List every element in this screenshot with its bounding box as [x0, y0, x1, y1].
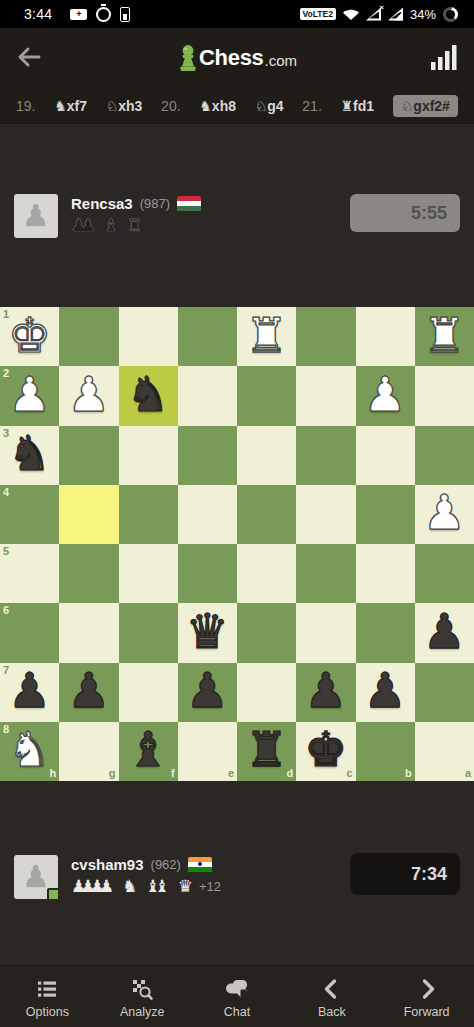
chat-bubbles-icon: [224, 977, 250, 1001]
square-f5[interactable]: [119, 544, 178, 603]
square-g6[interactable]: [59, 603, 118, 662]
square-a8[interactable]: a: [415, 722, 474, 781]
nav-forward[interactable]: Forward: [379, 975, 474, 1019]
square-b3[interactable]: [356, 426, 415, 485]
square-b5[interactable]: [356, 544, 415, 603]
square-d1[interactable]: ♜: [237, 307, 296, 366]
square-b8[interactable]: b: [356, 722, 415, 781]
move-token[interactable]: ♞xh8: [199, 98, 236, 114]
battery-saver-icon: +: [70, 9, 87, 20]
battery-ring-icon: [443, 7, 458, 22]
stopwatch-icon: [96, 7, 111, 22]
square-f8[interactable]: f♝: [119, 722, 178, 781]
square-b2[interactable]: ♟: [356, 366, 415, 425]
app-header: Chess .com: [0, 28, 474, 88]
nav-chat[interactable]: Chat: [190, 975, 285, 1019]
square-c8[interactable]: c♚: [296, 722, 355, 781]
square-f7[interactable]: [119, 663, 178, 722]
signal-icon-sim2: [388, 8, 403, 21]
square-d4[interactable]: [237, 485, 296, 544]
rank-label: 7: [3, 665, 9, 676]
square-c1[interactable]: [296, 307, 355, 366]
move-token[interactable]: ♘gxf2#: [393, 95, 458, 117]
clock-top: 5:55: [350, 194, 460, 232]
captured-pieces-top: ♟♟♝♜: [71, 217, 201, 234]
black-pawn-e7: ♟: [186, 666, 229, 718]
square-d8[interactable]: d♜: [237, 722, 296, 781]
move-number: 20.: [161, 98, 180, 114]
square-c5[interactable]: [296, 544, 355, 603]
square-c6[interactable]: [296, 603, 355, 662]
white-rook-d1: ♜: [245, 311, 288, 363]
square-g2[interactable]: ♟: [59, 366, 118, 425]
square-a5[interactable]: [415, 544, 474, 603]
move-list: 19.♞xf7♘xh320.♞xh8♘g421.♜fd1♘gxf2#: [0, 88, 474, 124]
square-h4[interactable]: 4: [0, 485, 59, 544]
square-g3[interactable]: [59, 426, 118, 485]
back-arrow-button[interactable]: [16, 46, 42, 72]
player-name-bottom[interactable]: cvsham93: [71, 856, 144, 873]
nav-label: Chat: [224, 1005, 250, 1019]
nav-analyze[interactable]: Analyze: [95, 975, 190, 1019]
avatar-pawn-icon: ♟: [23, 862, 50, 892]
square-b7[interactable]: ♟: [356, 663, 415, 722]
player-card-bottom: ♟ cvsham93 (962) ♟♟♟♟♞♝♝♛+12 7:34: [14, 855, 460, 915]
analyze-board-icon: [130, 977, 154, 1001]
avatar-top[interactable]: ♟: [14, 194, 58, 238]
flag-india-icon: [188, 857, 212, 873]
move-token[interactable]: ♞xf7: [54, 98, 87, 114]
rank-label: 8: [3, 724, 9, 735]
clock-time: 3:44: [24, 6, 52, 22]
black-pawn-b7: ♟: [364, 666, 407, 718]
square-g1[interactable]: [59, 307, 118, 366]
chess-board: 1♚♜♜2♟♟♞♟3♞4♟56♛♟7♟♟♟♟♟8h♞gf♝ed♜c♚ba: [0, 307, 474, 781]
square-e1[interactable]: [178, 307, 237, 366]
square-f3[interactable]: [119, 426, 178, 485]
pawn-logo-icon: [177, 44, 199, 72]
square-e8[interactable]: e: [178, 722, 237, 781]
square-g8[interactable]: g: [59, 722, 118, 781]
avatar-bottom[interactable]: ♟: [14, 855, 58, 899]
black-queen-e6: ♛: [186, 607, 229, 659]
square-h6[interactable]: 6: [0, 603, 59, 662]
square-e4[interactable]: [178, 485, 237, 544]
file-label: g: [109, 768, 116, 779]
black-knight-f2: ♞: [127, 370, 170, 422]
square-a2[interactable]: [415, 366, 474, 425]
white-pawn-g2: ♟: [67, 370, 110, 422]
file-label: a: [465, 768, 471, 779]
file-label: h: [50, 768, 57, 779]
square-c3[interactable]: [296, 426, 355, 485]
player-rating-top: (987): [140, 196, 170, 211]
rank-label: 3: [3, 428, 9, 439]
black-rook-d8: ♜: [245, 725, 288, 777]
captured-piece-group: ♟♟: [71, 217, 95, 234]
online-badge: [47, 888, 60, 901]
bars-icon: [431, 45, 458, 70]
move-token[interactable]: ♜fd1: [341, 98, 375, 114]
square-f2[interactable]: ♞: [119, 366, 178, 425]
move-token[interactable]: ♘g4: [255, 98, 284, 114]
square-d2[interactable]: [237, 366, 296, 425]
move-token[interactable]: ♘xh3: [106, 98, 143, 114]
nav-label: Options: [26, 1005, 69, 1019]
square-a4[interactable]: ♟: [415, 485, 474, 544]
captured-piece-group: ♟♟♟♟: [71, 878, 114, 895]
square-d7[interactable]: [237, 663, 296, 722]
square-a3[interactable]: [415, 426, 474, 485]
avatar-pawn-icon: ♟: [23, 201, 50, 231]
wifi-icon: [343, 8, 359, 20]
white-pawn-h2: ♟: [8, 370, 51, 422]
square-e6[interactable]: ♛: [178, 603, 237, 662]
logo-text: Chess: [199, 45, 264, 71]
square-e7[interactable]: ♟: [178, 663, 237, 722]
captured-piece-group: ♜: [127, 217, 142, 234]
square-d5[interactable]: [237, 544, 296, 603]
rank-label: 6: [3, 605, 9, 616]
material-advantage: +12: [199, 879, 221, 894]
square-a7[interactable]: [415, 663, 474, 722]
square-a6[interactable]: ♟: [415, 603, 474, 662]
rank-label: 4: [3, 487, 9, 498]
black-king-c8: ♚: [304, 725, 347, 777]
square-d6[interactable]: [237, 603, 296, 662]
nav-back[interactable]: Back: [284, 975, 379, 1019]
options-list-icon: [35, 977, 59, 1001]
black-bishop-f8: ♝: [127, 725, 170, 777]
nav-options[interactable]: Options: [0, 975, 95, 1019]
captured-pieces-bottom: ♟♟♟♟♞♝♝♛+12: [71, 878, 221, 895]
phone-screen: 3:44 + VoLTE2 × 34%: [0, 0, 474, 1027]
black-pawn-c7: ♟: [304, 666, 347, 718]
device-icon: [120, 7, 130, 22]
square-e2[interactable]: [178, 366, 237, 425]
file-label: b: [405, 768, 412, 779]
file-label: d: [287, 768, 294, 779]
chevron-right-icon: [415, 977, 439, 1001]
square-g4[interactable]: [59, 485, 118, 544]
captured-piece-group: ♛: [178, 878, 193, 895]
move-number: 21.: [302, 98, 321, 114]
white-pawn-b2: ♟: [364, 370, 407, 422]
square-a1[interactable]: ♜: [415, 307, 474, 366]
nav-label: Analyze: [120, 1005, 164, 1019]
square-d3[interactable]: [237, 426, 296, 485]
square-c7[interactable]: ♟: [296, 663, 355, 722]
rank-label: 1: [3, 309, 9, 320]
back-arrow-icon: [16, 46, 42, 68]
white-king-h1: ♚: [8, 311, 51, 363]
square-e3[interactable]: [178, 426, 237, 485]
player-rating-bottom: (962): [151, 857, 181, 872]
white-pawn-a4: ♟: [423, 488, 466, 540]
black-pawn-a6: ♟: [423, 607, 466, 659]
square-h1[interactable]: 1♚: [0, 307, 59, 366]
volte-badge: VoLTE2: [300, 8, 336, 21]
square-b4[interactable]: [356, 485, 415, 544]
rank-label: 5: [3, 546, 9, 557]
file-label: f: [171, 768, 175, 779]
captured-piece-group: ♝: [103, 217, 118, 234]
square-c4[interactable]: [296, 485, 355, 544]
signal-icon-sim1: ×: [366, 8, 381, 21]
square-g5[interactable]: [59, 544, 118, 603]
file-label: e: [228, 768, 234, 779]
square-e5[interactable]: [178, 544, 237, 603]
chesscom-logo: Chess .com: [177, 44, 297, 72]
nav-label: Forward: [404, 1005, 450, 1019]
bottom-nav: Options Analyze: [0, 965, 474, 1027]
square-g7[interactable]: ♟: [59, 663, 118, 722]
square-b6[interactable]: [356, 603, 415, 662]
battery-percent: 34%: [410, 7, 436, 22]
player-name-top[interactable]: Rencsa3: [71, 195, 133, 212]
square-h7[interactable]: 7♟: [0, 663, 59, 722]
flag-hungary-icon: [177, 196, 201, 212]
logo-suffix: .com: [265, 48, 298, 69]
white-rook-a1: ♜: [423, 311, 466, 363]
status-bar: 3:44 + VoLTE2 × 34%: [0, 0, 474, 28]
stats-bars-button[interactable]: [431, 45, 458, 74]
chevron-left-icon: [320, 977, 344, 1001]
black-knight-h3: ♞: [8, 429, 51, 481]
captured-piece-group: ♞: [122, 878, 137, 895]
square-f1[interactable]: [119, 307, 178, 366]
square-f6[interactable]: [119, 603, 178, 662]
square-f4[interactable]: [119, 485, 178, 544]
rank-label: 2: [3, 368, 9, 379]
square-h5[interactable]: 5: [0, 544, 59, 603]
square-h3[interactable]: 3♞: [0, 426, 59, 485]
black-pawn-h7: ♟: [8, 666, 51, 718]
nav-label: Back: [318, 1005, 346, 1019]
square-b1[interactable]: [356, 307, 415, 366]
captured-piece-group: ♝♝: [145, 878, 169, 895]
square-h8[interactable]: 8h♞: [0, 722, 59, 781]
file-label: c: [346, 768, 352, 779]
black-pawn-g7: ♟: [67, 666, 110, 718]
square-c2[interactable]: [296, 366, 355, 425]
white-knight-h8: ♞: [8, 725, 51, 777]
clock-bottom: 7:34: [350, 853, 460, 895]
move-number: 19.: [16, 98, 35, 114]
player-card-top: ♟ Rencsa3 (987) ♟♟♝♜ 5:55: [14, 194, 460, 254]
square-h2[interactable]: 2♟: [0, 366, 59, 425]
